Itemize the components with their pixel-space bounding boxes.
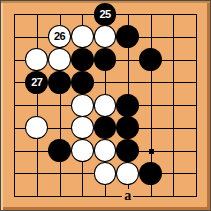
board-point (94, 94, 117, 117)
point-label-a: a (122, 189, 133, 203)
board-point (116, 71, 139, 94)
go-board-diagram: 252627a (0, 0, 211, 211)
board-point (185, 3, 208, 26)
board-point (162, 116, 185, 139)
white-stone (94, 25, 117, 48)
board-point (185, 94, 208, 117)
board-point (116, 48, 139, 71)
board-point (162, 162, 185, 185)
board-point (94, 71, 117, 94)
board-point (71, 116, 94, 139)
board-point (48, 162, 71, 185)
board-point (94, 25, 117, 48)
board-point (139, 116, 162, 139)
move-number: 27 (31, 77, 42, 88)
board-point: 25 (94, 3, 117, 26)
board-point (25, 3, 48, 26)
white-stone (94, 162, 117, 185)
white-stone (116, 162, 139, 185)
board-point (48, 94, 71, 117)
board-point (48, 3, 71, 26)
board-point (94, 139, 117, 162)
board-point (162, 71, 185, 94)
board-point (139, 3, 162, 26)
white-stone (25, 48, 48, 71)
board-point (185, 48, 208, 71)
board-point (48, 48, 71, 71)
board-point (185, 139, 208, 162)
board-point (3, 94, 26, 117)
white-stone (71, 139, 94, 162)
board-point (3, 185, 26, 208)
board-point (3, 162, 26, 185)
board-point (48, 71, 71, 94)
black-stone (94, 116, 117, 139)
white-stone (71, 116, 94, 139)
board-point (71, 71, 94, 94)
board-point (139, 185, 162, 208)
board-point (3, 116, 26, 139)
black-stone (116, 116, 139, 139)
board-point (71, 3, 94, 26)
board-point (25, 48, 48, 71)
board-point (71, 48, 94, 71)
black-stone (116, 94, 139, 117)
board-point (139, 71, 162, 94)
black-stone: 27 (25, 71, 48, 94)
board-point (116, 25, 139, 48)
board-point (71, 139, 94, 162)
board-point (139, 162, 162, 185)
board-point (116, 3, 139, 26)
board-point (162, 94, 185, 117)
black-stone (48, 71, 71, 94)
board-point (3, 25, 26, 48)
board-point (185, 185, 208, 208)
board-point (185, 71, 208, 94)
board-point (3, 3, 26, 26)
white-stone (71, 94, 94, 117)
black-stone: 25 (94, 3, 117, 26)
board-point: 26 (48, 25, 71, 48)
black-stone (116, 25, 139, 48)
board-point (139, 25, 162, 48)
board-point (25, 139, 48, 162)
black-stone (94, 48, 117, 71)
board-point (139, 94, 162, 117)
board-point (116, 116, 139, 139)
board-point (71, 94, 94, 117)
white-stone (94, 94, 117, 117)
black-stone (139, 48, 162, 71)
board-point (25, 25, 48, 48)
board-point (25, 162, 48, 185)
board-point (139, 48, 162, 71)
board-point (3, 48, 26, 71)
black-stone (139, 162, 162, 185)
board-point (162, 3, 185, 26)
go-board-grid: 252627a (3, 3, 208, 208)
board-point (48, 185, 71, 208)
board-point (116, 139, 139, 162)
board-point (94, 162, 117, 185)
board-point (71, 25, 94, 48)
board-point (185, 116, 208, 139)
white-stone (25, 116, 48, 139)
board-point (25, 116, 48, 139)
board-point (3, 139, 26, 162)
board-point (3, 71, 26, 94)
move-number: 26 (54, 31, 65, 42)
board-point (162, 25, 185, 48)
board-point (94, 48, 117, 71)
board-point (25, 94, 48, 117)
black-stone (71, 71, 94, 94)
board-point (162, 185, 185, 208)
board-point: 27 (25, 71, 48, 94)
board-point (25, 185, 48, 208)
white-stone: 26 (48, 25, 71, 48)
white-stone (94, 139, 117, 162)
board-point (162, 48, 185, 71)
board-point (94, 116, 117, 139)
board-point (185, 162, 208, 185)
board-point (116, 162, 139, 185)
board-point (94, 185, 117, 208)
black-stone (116, 139, 139, 162)
board-point (162, 139, 185, 162)
board-point (139, 139, 162, 162)
black-stone (48, 139, 71, 162)
board-point (48, 116, 71, 139)
board-point (48, 139, 71, 162)
white-stone (48, 48, 71, 71)
black-stone (71, 48, 94, 71)
white-stone (71, 25, 94, 48)
board-point (71, 162, 94, 185)
move-number: 25 (99, 9, 110, 20)
board-point: a (116, 185, 139, 208)
board-point (116, 94, 139, 117)
board-point (71, 185, 94, 208)
board-point (185, 25, 208, 48)
